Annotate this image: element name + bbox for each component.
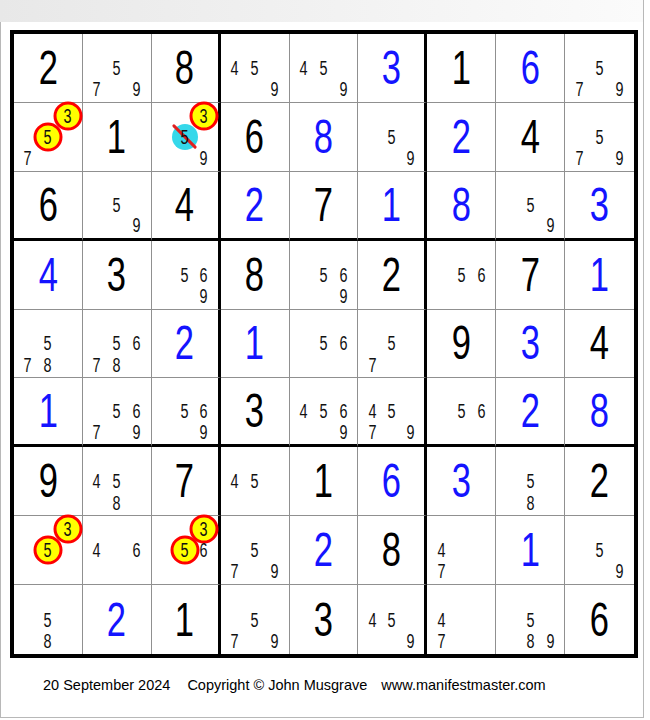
cell-r8c1[interactable]: 35 xyxy=(14,516,83,585)
candidate-digit: 5 xyxy=(387,401,395,421)
given-digit: 2 xyxy=(38,44,57,92)
solved-digit: 3 xyxy=(590,181,609,229)
candidate-digit: 9 xyxy=(407,422,415,442)
candidate-digit: 6 xyxy=(200,540,208,560)
candidate-digit: 5 xyxy=(596,127,604,147)
candidate-digit: 7 xyxy=(437,561,445,581)
candidate-grid: 59 xyxy=(565,516,634,584)
candidate-grid: 5679 xyxy=(83,378,151,444)
candidate-digit: 6 xyxy=(200,401,208,421)
candidate-grid: 58 xyxy=(496,447,564,515)
candidate-grid: 59 xyxy=(358,103,424,171)
candidate-digit: 7 xyxy=(368,355,376,375)
cell-r8c4[interactable]: 579 xyxy=(221,516,290,585)
candidate-digit: 5 xyxy=(387,333,395,353)
cell-r5c6[interactable]: 57 xyxy=(358,310,427,379)
candidate-grid: 579 xyxy=(221,585,289,654)
candidate-digit: 8 xyxy=(526,493,534,513)
candidate-digit: 5 xyxy=(387,610,395,630)
candidate-digit: 5 xyxy=(526,195,534,215)
candidate-digit: 5 xyxy=(113,471,121,491)
cell-r9c7[interactable]: 47 xyxy=(427,585,496,654)
given-digit: 4 xyxy=(521,113,540,161)
solved-digit: 2 xyxy=(314,526,333,574)
given-digit: 1 xyxy=(107,113,126,161)
candidate-grid: 4569 xyxy=(290,378,358,444)
solved-digit: 2 xyxy=(175,319,194,367)
cell-r4c8[interactable]: 7 xyxy=(496,241,565,310)
candidate-digit: 5 xyxy=(181,265,189,285)
candidate-grid: 569 xyxy=(152,378,218,444)
sudoku-board: 2579845945931657935713596859245796594271… xyxy=(10,30,638,658)
solved-digit: 6 xyxy=(382,457,401,505)
candidate-digit: 5 xyxy=(596,58,604,78)
candidate-grid: 46 xyxy=(83,516,151,584)
solved-digit: 6 xyxy=(521,44,540,92)
candidate-digit: 5 xyxy=(113,401,121,421)
cell-r2c1[interactable]: 357 xyxy=(14,103,83,172)
candidate-digit: 3 xyxy=(64,106,72,126)
candidate-digit: 4 xyxy=(93,471,101,491)
candidate-digit: 5 xyxy=(181,401,189,421)
cell-r7c9[interactable]: 2 xyxy=(565,447,634,516)
solved-digit: 8 xyxy=(590,387,609,435)
candidate-digit: 9 xyxy=(339,79,347,99)
cell-r1c8[interactable]: 6 xyxy=(496,34,565,103)
candidate-digit: 5 xyxy=(181,127,189,147)
candidate-digit: 9 xyxy=(200,148,208,168)
cell-r5c2[interactable]: 5678 xyxy=(83,310,152,379)
cell-r7c8[interactable]: 58 xyxy=(496,447,565,516)
given-digit: 2 xyxy=(382,251,401,299)
candidate-digit: 5 xyxy=(113,333,121,353)
candidate-grid: 578 xyxy=(14,310,82,378)
cell-r3c3[interactable]: 4 xyxy=(152,172,221,241)
given-digit: 7 xyxy=(314,181,333,229)
footer-copyright: Copyright © John Musgrave xyxy=(187,677,367,693)
solved-digit: 1 xyxy=(245,319,264,367)
cell-r1c1[interactable]: 2 xyxy=(14,34,83,103)
cell-r1c7[interactable]: 1 xyxy=(427,34,496,103)
candidate-digit: 5 xyxy=(181,540,189,560)
solved-digit: 8 xyxy=(314,113,333,161)
cell-r2c8[interactable]: 4 xyxy=(496,103,565,172)
candidate-digit: 9 xyxy=(339,286,347,306)
cell-r4c7[interactable]: 56 xyxy=(427,241,496,310)
candidate-digit: 5 xyxy=(251,540,259,560)
cell-r6c7[interactable]: 56 xyxy=(427,378,496,447)
cell-r1c4[interactable]: 459 xyxy=(221,34,290,103)
cell-r2c7[interactable]: 2 xyxy=(427,103,496,172)
cell-r3c4[interactable]: 2 xyxy=(221,172,290,241)
solved-digit: 8 xyxy=(452,181,471,229)
candidate-digit: 9 xyxy=(133,215,141,235)
title-bar xyxy=(0,0,643,22)
candidate-digit: 4 xyxy=(368,401,376,421)
given-digit: 3 xyxy=(245,387,264,435)
candidate-digit: 5 xyxy=(44,333,52,353)
cell-r5c8[interactable]: 3 xyxy=(496,310,565,379)
candidate-digit: 3 xyxy=(200,519,208,539)
candidate-digit: 9 xyxy=(546,631,554,651)
candidate-digit: 6 xyxy=(133,333,141,353)
solved-digit: 1 xyxy=(521,526,540,574)
candidate-digit: 4 xyxy=(231,58,239,78)
candidate-digit: 5 xyxy=(319,265,327,285)
candidate-digit: 7 xyxy=(231,561,239,581)
footer-date: 20 September 2024 xyxy=(43,677,170,693)
cell-r3c8[interactable]: 59 xyxy=(496,172,565,241)
candidate-digit: 4 xyxy=(300,401,308,421)
candidate-digit: 5 xyxy=(44,540,52,560)
candidate-grid: 56 xyxy=(427,241,495,309)
candidate-digit: 7 xyxy=(24,148,32,168)
cell-r3c1[interactable]: 6 xyxy=(14,172,83,241)
given-digit: 4 xyxy=(590,319,609,367)
given-digit: 8 xyxy=(382,526,401,574)
candidate-digit: 8 xyxy=(526,631,534,651)
candidate-digit: 5 xyxy=(251,58,259,78)
candidate-grid: 47 xyxy=(427,516,495,584)
cell-r9c3[interactable]: 1 xyxy=(152,585,221,654)
candidate-grid: 569 xyxy=(152,241,218,309)
candidate-grid: 579 xyxy=(565,103,634,171)
candidate-digit: 5 xyxy=(319,58,327,78)
candidate-digit: 5 xyxy=(457,265,465,285)
candidate-digit: 9 xyxy=(616,79,624,99)
candidate-digit: 5 xyxy=(44,610,52,630)
candidate-digit: 7 xyxy=(93,422,101,442)
cell-r1c3[interactable]: 8 xyxy=(152,34,221,103)
candidate-digit: 9 xyxy=(546,215,554,235)
candidate-digit: 7 xyxy=(575,79,583,99)
candidate-digit: 5 xyxy=(251,610,259,630)
candidate-digit: 6 xyxy=(477,265,485,285)
cell-r4c3[interactable]: 569 xyxy=(152,241,221,310)
cell-r6c5[interactable]: 4569 xyxy=(290,378,359,447)
cell-r3c2[interactable]: 59 xyxy=(83,172,152,241)
candidate-digit: 5 xyxy=(319,401,327,421)
cell-r8c2[interactable]: 46 xyxy=(83,516,152,585)
cell-r9c4[interactable]: 579 xyxy=(221,585,290,654)
candidate-digit: 8 xyxy=(113,355,121,375)
cell-r5c7[interactable]: 9 xyxy=(427,310,496,379)
candidate-grid: 459 xyxy=(290,34,358,102)
solved-digit: 2 xyxy=(107,596,126,644)
candidate-digit: 3 xyxy=(64,519,72,539)
cell-r9c9[interactable]: 6 xyxy=(565,585,634,654)
cell-r7c2[interactable]: 458 xyxy=(83,447,152,516)
candidate-grid: 59 xyxy=(496,172,564,238)
candidate-digit: 7 xyxy=(368,422,376,442)
candidate-grid: 357 xyxy=(14,103,82,171)
candidate-digit: 4 xyxy=(437,610,445,630)
given-digit: 1 xyxy=(452,44,471,92)
candidate-grid: 58 xyxy=(14,585,82,654)
cell-r5c4[interactable]: 1 xyxy=(221,310,290,379)
cell-r2c6[interactable]: 59 xyxy=(358,103,427,172)
cell-r4c4[interactable]: 8 xyxy=(221,241,290,310)
given-digit: 3 xyxy=(107,251,126,299)
given-digit: 6 xyxy=(38,181,57,229)
solved-digit: 2 xyxy=(452,113,471,161)
cell-r9c8[interactable]: 589 xyxy=(496,585,565,654)
cell-r6c3[interactable]: 569 xyxy=(152,378,221,447)
candidate-digit: 7 xyxy=(93,79,101,99)
cell-r2c2[interactable]: 1 xyxy=(83,103,152,172)
given-digit: 7 xyxy=(521,251,540,299)
cell-r8c5[interactable]: 2 xyxy=(290,516,359,585)
cell-r8c8[interactable]: 1 xyxy=(496,516,565,585)
candidate-digit: 5 xyxy=(319,333,327,353)
candidate-digit: 8 xyxy=(44,631,52,651)
solved-digit: 3 xyxy=(521,319,540,367)
candidate-digit: 5 xyxy=(113,195,121,215)
candidate-digit: 3 xyxy=(200,106,208,126)
candidate-digit: 9 xyxy=(200,422,208,442)
given-digit: 1 xyxy=(175,596,194,644)
candidate-digit: 4 xyxy=(437,540,445,560)
given-digit: 8 xyxy=(245,251,264,299)
candidate-digit: 9 xyxy=(271,631,279,651)
candidate-digit: 6 xyxy=(339,401,347,421)
candidate-digit: 9 xyxy=(200,286,208,306)
candidate-digit: 9 xyxy=(407,631,415,651)
candidate-digit: 4 xyxy=(231,471,239,491)
cell-r6c9[interactable]: 8 xyxy=(565,378,634,447)
cell-r8c7[interactable]: 47 xyxy=(427,516,496,585)
cell-r1c2[interactable]: 579 xyxy=(83,34,152,103)
cell-r6c4[interactable]: 3 xyxy=(221,378,290,447)
cell-r1c5[interactable]: 459 xyxy=(290,34,359,103)
candidate-digit: 6 xyxy=(200,265,208,285)
given-digit: 6 xyxy=(590,596,609,644)
candidate-digit: 7 xyxy=(437,631,445,651)
candidate-grid: 4579 xyxy=(358,378,424,444)
candidate-grid: 458 xyxy=(83,447,151,515)
candidate-grid: 356 xyxy=(152,516,218,584)
candidate-grid: 47 xyxy=(427,585,495,654)
candidate-digit: 9 xyxy=(407,148,415,168)
cell-r6c6[interactable]: 4579 xyxy=(358,378,427,447)
solved-digit: 2 xyxy=(245,181,264,229)
candidate-grid: 569 xyxy=(290,241,358,309)
candidate-grid: 459 xyxy=(221,34,289,102)
cell-r3c7[interactable]: 8 xyxy=(427,172,496,241)
candidate-grid: 56 xyxy=(427,378,495,444)
candidate-digit: 5 xyxy=(457,401,465,421)
cell-r2c4[interactable]: 6 xyxy=(221,103,290,172)
candidate-digit: 7 xyxy=(24,355,32,375)
cell-r4c9[interactable]: 1 xyxy=(565,241,634,310)
candidate-digit: 4 xyxy=(368,610,376,630)
footer: 20 September 2024 Copyright © John Musgr… xyxy=(43,677,546,693)
candidate-grid: 56 xyxy=(290,310,358,378)
candidate-digit: 9 xyxy=(271,561,279,581)
solved-digit: 3 xyxy=(452,457,471,505)
candidate-digit: 6 xyxy=(339,333,347,353)
cell-r6c8[interactable]: 2 xyxy=(496,378,565,447)
candidate-digit: 9 xyxy=(616,148,624,168)
given-digit: 1 xyxy=(314,457,333,505)
candidate-digit: 5 xyxy=(44,127,52,147)
candidate-digit: 5 xyxy=(387,127,395,147)
candidate-digit: 7 xyxy=(575,148,583,168)
solved-digit: 1 xyxy=(590,251,609,299)
solved-digit: 2 xyxy=(521,387,540,435)
candidate-grid: 579 xyxy=(565,34,634,102)
candidate-digit: 4 xyxy=(93,540,101,560)
candidate-grid: 589 xyxy=(496,585,564,654)
candidate-grid: 579 xyxy=(83,34,151,102)
cell-r5c1[interactable]: 578 xyxy=(14,310,83,379)
cell-r6c2[interactable]: 5679 xyxy=(83,378,152,447)
solved-digit: 1 xyxy=(382,181,401,229)
candidate-grid: 359 xyxy=(152,103,218,171)
solved-digit: 1 xyxy=(38,387,57,435)
candidate-digit: 9 xyxy=(271,79,279,99)
candidate-digit: 9 xyxy=(133,422,141,442)
cell-r4c2[interactable]: 3 xyxy=(83,241,152,310)
candidate-digit: 7 xyxy=(231,631,239,651)
candidate-digit: 5 xyxy=(596,540,604,560)
candidate-grid: 579 xyxy=(221,516,289,584)
cell-r4c6[interactable]: 2 xyxy=(358,241,427,310)
cell-r2c5[interactable]: 8 xyxy=(290,103,359,172)
cell-r6c1[interactable]: 1 xyxy=(14,378,83,447)
cell-r2c3[interactable]: 359 xyxy=(152,103,221,172)
cell-r2c9[interactable]: 579 xyxy=(565,103,634,172)
cell-r3c9[interactable]: 3 xyxy=(565,172,634,241)
candidate-digit: 4 xyxy=(300,58,308,78)
candidate-digit: 5 xyxy=(113,58,121,78)
given-digit: 9 xyxy=(38,457,57,505)
cell-r9c5[interactable]: 3 xyxy=(290,585,359,654)
candidate-grid: 57 xyxy=(358,310,424,378)
cell-r5c3[interactable]: 2 xyxy=(152,310,221,379)
cell-r3c5[interactable]: 7 xyxy=(290,172,359,241)
candidate-digit: 6 xyxy=(133,540,141,560)
cell-r8c9[interactable]: 59 xyxy=(565,516,634,585)
candidate-digit: 6 xyxy=(133,401,141,421)
candidate-grid: 35 xyxy=(14,516,82,584)
candidate-grid: 59 xyxy=(83,172,151,238)
candidate-digit: 9 xyxy=(133,79,141,99)
candidate-digit: 5 xyxy=(526,610,534,630)
candidate-digit: 8 xyxy=(113,493,121,513)
cell-r7c7[interactable]: 3 xyxy=(427,447,496,516)
candidate-digit: 6 xyxy=(339,265,347,285)
cell-r7c4[interactable]: 45 xyxy=(221,447,290,516)
candidate-digit: 5 xyxy=(526,471,534,491)
cell-r9c6[interactable]: 459 xyxy=(358,585,427,654)
cell-r7c6[interactable]: 6 xyxy=(358,447,427,516)
cell-r9c1[interactable]: 58 xyxy=(14,585,83,654)
given-digit: 2 xyxy=(590,457,609,505)
candidate-digit: 7 xyxy=(93,355,101,375)
candidate-digit: 9 xyxy=(616,561,624,581)
cell-r8c3[interactable]: 356 xyxy=(152,516,221,585)
given-digit: 3 xyxy=(314,596,333,644)
candidate-digit: 9 xyxy=(339,422,347,442)
given-digit: 9 xyxy=(452,319,471,367)
candidate-digit: 8 xyxy=(44,355,52,375)
candidate-grid: 459 xyxy=(358,585,424,654)
cell-r5c5[interactable]: 56 xyxy=(290,310,359,379)
given-digit: 8 xyxy=(175,44,194,92)
cell-r1c6[interactable]: 3 xyxy=(358,34,427,103)
cell-r4c1[interactable]: 4 xyxy=(14,241,83,310)
given-digit: 7 xyxy=(175,457,194,505)
cell-r1c9[interactable]: 579 xyxy=(565,34,634,103)
cell-r4c5[interactable]: 569 xyxy=(290,241,359,310)
candidate-grid: 45 xyxy=(221,447,289,515)
given-digit: 4 xyxy=(175,181,194,229)
cell-r5c9[interactable]: 4 xyxy=(565,310,634,379)
solved-digit: 4 xyxy=(38,251,57,299)
given-digit: 6 xyxy=(245,113,264,161)
candidate-digit: 6 xyxy=(477,401,485,421)
cell-r3c6[interactable]: 1 xyxy=(358,172,427,241)
candidate-grid: 5678 xyxy=(83,310,151,378)
cell-r7c3[interactable]: 7 xyxy=(152,447,221,516)
footer-website: www.manifestmaster.com xyxy=(381,677,545,693)
cell-r7c5[interactable]: 1 xyxy=(290,447,359,516)
solved-digit: 3 xyxy=(382,44,401,92)
cell-r9c2[interactable]: 2 xyxy=(83,585,152,654)
cell-r8c6[interactable]: 8 xyxy=(358,516,427,585)
candidate-digit: 5 xyxy=(251,471,259,491)
cell-r7c1[interactable]: 9 xyxy=(14,447,83,516)
